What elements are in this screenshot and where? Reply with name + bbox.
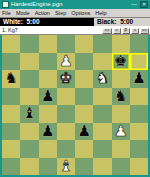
square-f3[interactable] [93,123,111,141]
title-bar: HardestEngine.pgn — × [0,0,150,9]
square-f7[interactable] [93,53,111,71]
square-e8[interactable] [75,35,93,53]
square-e5[interactable] [75,88,93,106]
square-d4[interactable] [57,105,75,123]
white-bishop[interactable]: ♝ [59,159,72,174]
menu-bar: FileModeActionStepOptionsHelp [0,9,150,18]
square-c1[interactable] [39,158,57,176]
square-c5[interactable]: ♟ [39,88,57,106]
black-knight[interactable]: ♞ [4,71,17,86]
black-clock-time: 5:00 [120,18,133,25]
white-clock-time: 5:00 [26,18,39,25]
white-king[interactable]: ♚ [59,71,72,86]
black-knight[interactable]: ♞ [114,89,127,104]
square-g6[interactable] [112,70,130,88]
square-b3[interactable] [20,123,38,141]
white-knight[interactable]: ♞ [96,71,109,86]
black-bishop[interactable]: ♝ [23,106,36,121]
square-h2[interactable] [130,140,148,158]
back-to-start-button[interactable]: << [102,28,111,34]
square-e3[interactable]: ♟ [75,123,93,141]
square-b5[interactable] [20,88,38,106]
white-pawn[interactable]: ♟ [114,124,127,139]
message-row: 1. Kg7 <<<P>>> [0,26,150,35]
back-button[interactable]: < [113,28,121,34]
square-g2[interactable] [112,140,130,158]
menu-item-help[interactable]: Help [95,10,106,17]
close-button[interactable]: × [140,1,148,8]
square-c8[interactable] [39,35,57,53]
square-d2[interactable] [57,140,75,158]
square-b1[interactable] [20,158,38,176]
square-d3[interactable] [57,123,75,141]
square-e2[interactable] [75,140,93,158]
square-d1[interactable]: ♝ [57,158,75,176]
square-f6[interactable]: ♞ [93,70,111,88]
white-clock: White: 5:00 [0,18,94,26]
menu-item-mode[interactable]: Mode [16,10,30,17]
square-g7[interactable]: ♚ [112,53,130,71]
square-a7[interactable] [2,53,20,71]
black-king[interactable]: ♚ [114,54,127,69]
menu-item-action[interactable]: Action [35,10,50,17]
menu-item-options[interactable]: Options [71,10,90,17]
clock-row: White: 5:00 Black: 5:00 [0,18,150,26]
square-h1[interactable] [130,158,148,176]
square-f5[interactable] [93,88,111,106]
chess-board: ♟♚♞♚♞♟♟♞♝♟♟♟♝ [2,35,148,175]
square-d6[interactable]: ♚ [57,70,75,88]
square-a1[interactable] [2,158,20,176]
square-f1[interactable] [93,158,111,176]
square-h4[interactable] [130,105,148,123]
black-clock: Black: 5:00 [94,18,150,26]
square-h7[interactable] [130,53,148,71]
square-a5[interactable] [2,88,20,106]
window-title: HardestEngine.pgn [11,1,128,8]
board-frame: ♟♚♞♚♞♟♟♞♝♟♟♟♝ [0,35,150,177]
square-c2[interactable] [39,140,57,158]
square-f4[interactable] [93,105,111,123]
square-g1[interactable] [112,158,130,176]
square-c6[interactable] [39,70,57,88]
minimize-button[interactable]: — [130,1,138,8]
square-a3[interactable] [2,123,20,141]
black-clock-label: Black: [97,18,117,25]
square-a8[interactable] [2,35,20,53]
square-b7[interactable] [20,53,38,71]
square-h3[interactable] [130,123,148,141]
square-a6[interactable]: ♞ [2,70,20,88]
square-d5[interactable] [57,88,75,106]
square-e4[interactable] [75,105,93,123]
last-move-text: 1. Kg7 [1,27,18,34]
square-d8[interactable] [57,35,75,53]
white-clock-label: White: [3,18,23,25]
square-c3[interactable]: ♟ [39,123,57,141]
square-f2[interactable] [93,140,111,158]
square-d7[interactable]: ♟ [57,53,75,71]
square-a2[interactable] [2,140,20,158]
black-pawn[interactable]: ♟ [41,124,54,139]
black-pawn[interactable]: ♟ [41,89,54,104]
chess-app-window: HardestEngine.pgn — × FileModeActionStep… [0,0,150,177]
square-g3[interactable]: ♟ [112,123,130,141]
square-b6[interactable] [20,70,38,88]
square-g8[interactable] [112,35,130,53]
forward-button[interactable]: > [131,28,139,34]
square-e1[interactable] [75,158,93,176]
black-pawn[interactable]: ♟ [77,124,90,139]
square-b8[interactable] [20,35,38,53]
square-e6[interactable] [75,70,93,88]
square-g4[interactable] [112,105,130,123]
black-pawn[interactable]: ♟ [132,71,145,86]
forward-to-end-button[interactable]: >> [140,28,149,34]
pause-button[interactable]: P [122,28,130,34]
square-c4[interactable] [39,105,57,123]
square-b2[interactable] [20,140,38,158]
menu-item-file[interactable]: File [2,10,11,17]
app-icon [2,1,9,8]
white-pawn[interactable]: ♟ [59,54,72,69]
square-c7[interactable] [39,53,57,71]
square-h5[interactable] [130,88,148,106]
square-g5[interactable]: ♞ [112,88,130,106]
menu-item-step[interactable]: Step [55,10,66,17]
square-f8[interactable] [93,35,111,53]
nav-button-bar: <<<P>>> [102,28,149,34]
square-h8[interactable] [130,35,148,53]
square-e7[interactable] [75,53,93,71]
square-b4[interactable]: ♝ [20,105,38,123]
square-h6[interactable]: ♟ [130,70,148,88]
square-a4[interactable] [2,105,20,123]
